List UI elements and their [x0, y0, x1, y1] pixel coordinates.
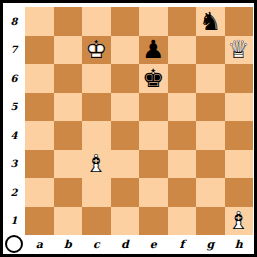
- square-a6[interactable]: [25, 64, 54, 93]
- square-c5[interactable]: [82, 93, 111, 122]
- file-label-f: f: [168, 236, 197, 252]
- black-king-e6[interactable]: ♚: [139, 64, 168, 93]
- rank-label-8: 8: [3, 7, 25, 36]
- white-to-move-indicator: [5, 235, 23, 253]
- square-e1[interactable]: [139, 207, 168, 236]
- square-b7[interactable]: [54, 36, 83, 65]
- square-e6[interactable]: ♚: [139, 64, 168, 93]
- file-label-g: g: [196, 236, 225, 252]
- square-h2[interactable]: [225, 178, 254, 207]
- square-a2[interactable]: [25, 178, 54, 207]
- square-c6[interactable]: [82, 64, 111, 93]
- square-h1[interactable]: ♝♗: [225, 207, 254, 236]
- square-f7[interactable]: [168, 36, 197, 65]
- square-e7[interactable]: ♟: [139, 36, 168, 65]
- white-king-c7[interactable]: ♚♔: [82, 36, 111, 65]
- piece-fill-glyph: ♚: [82, 36, 111, 65]
- square-d1[interactable]: [111, 207, 140, 236]
- rank-label-6: 6: [3, 64, 25, 93]
- piece-fill-glyph: ♝: [225, 207, 254, 236]
- square-b8[interactable]: [54, 7, 83, 36]
- rank-label-7: 7: [3, 36, 25, 65]
- square-e3[interactable]: [139, 150, 168, 179]
- piece-glyph: ♟: [139, 36, 168, 65]
- square-b4[interactable]: [54, 121, 83, 150]
- square-g6[interactable]: [196, 64, 225, 93]
- square-d6[interactable]: [111, 64, 140, 93]
- file-label-a: a: [25, 236, 54, 252]
- square-d7[interactable]: [111, 36, 140, 65]
- square-f5[interactable]: [168, 93, 197, 122]
- square-f2[interactable]: [168, 178, 197, 207]
- square-a4[interactable]: [25, 121, 54, 150]
- file-label-c: c: [82, 236, 111, 252]
- square-c1[interactable]: [82, 207, 111, 236]
- square-g1[interactable]: [196, 207, 225, 236]
- square-h7[interactable]: ♛♕: [225, 36, 254, 65]
- square-c8[interactable]: [82, 7, 111, 36]
- white-queen-h7[interactable]: ♛♕: [225, 36, 254, 65]
- rank-label-1: 1: [3, 207, 25, 236]
- black-pawn-e7[interactable]: ♟: [139, 36, 168, 65]
- square-h4[interactable]: [225, 121, 254, 150]
- square-f1[interactable]: [168, 207, 197, 236]
- square-a8[interactable]: [25, 7, 54, 36]
- white-bishop-h1[interactable]: ♝♗: [225, 207, 254, 236]
- square-e2[interactable]: [139, 178, 168, 207]
- rank-label-4: 4: [3, 121, 25, 150]
- square-c7[interactable]: ♚♔: [82, 36, 111, 65]
- chess-board: ♞♚♔♟♛♕♚♝♗♝♗: [25, 7, 253, 235]
- rank-labels: 87654321: [3, 7, 25, 235]
- file-label-h: h: [225, 236, 254, 252]
- square-e8[interactable]: [139, 7, 168, 36]
- piece-outline-glyph: ♕: [225, 36, 254, 65]
- square-g2[interactable]: [196, 178, 225, 207]
- square-g7[interactable]: [196, 36, 225, 65]
- square-c3[interactable]: ♝♗: [82, 150, 111, 179]
- square-e5[interactable]: [139, 93, 168, 122]
- square-a7[interactable]: [25, 36, 54, 65]
- piece-outline-glyph: ♔: [82, 36, 111, 65]
- square-g8[interactable]: ♞: [196, 7, 225, 36]
- chess-diagram: 87654321 ♞♚♔♟♛♕♚♝♗♝♗ abcdefgh: [0, 0, 257, 257]
- square-b6[interactable]: [54, 64, 83, 93]
- square-d8[interactable]: [111, 7, 140, 36]
- rank-label-5: 5: [3, 93, 25, 122]
- square-a5[interactable]: [25, 93, 54, 122]
- square-d3[interactable]: [111, 150, 140, 179]
- square-d2[interactable]: [111, 178, 140, 207]
- square-g5[interactable]: [196, 93, 225, 122]
- square-f3[interactable]: [168, 150, 197, 179]
- square-b3[interactable]: [54, 150, 83, 179]
- piece-fill-glyph: ♛: [225, 36, 254, 65]
- rank-label-3: 3: [3, 150, 25, 179]
- square-d5[interactable]: [111, 93, 140, 122]
- black-knight-g8[interactable]: ♞: [196, 7, 225, 36]
- white-bishop-c3[interactable]: ♝♗: [82, 150, 111, 179]
- piece-outline-glyph: ♗: [82, 150, 111, 179]
- file-label-e: e: [139, 236, 168, 252]
- square-d4[interactable]: [111, 121, 140, 150]
- file-label-d: d: [111, 236, 140, 252]
- square-f4[interactable]: [168, 121, 197, 150]
- piece-glyph: ♞: [196, 7, 225, 36]
- square-b5[interactable]: [54, 93, 83, 122]
- square-h6[interactable]: [225, 64, 254, 93]
- square-h3[interactable]: [225, 150, 254, 179]
- square-f6[interactable]: [168, 64, 197, 93]
- square-g3[interactable]: [196, 150, 225, 179]
- piece-glyph: ♚: [139, 64, 168, 93]
- square-b2[interactable]: [54, 178, 83, 207]
- piece-outline-glyph: ♗: [225, 207, 254, 236]
- square-e4[interactable]: [139, 121, 168, 150]
- square-g4[interactable]: [196, 121, 225, 150]
- file-labels: abcdefgh: [25, 236, 253, 252]
- rank-label-2: 2: [3, 178, 25, 207]
- square-c4[interactable]: [82, 121, 111, 150]
- square-b1[interactable]: [54, 207, 83, 236]
- square-a3[interactable]: [25, 150, 54, 179]
- square-a1[interactable]: [25, 207, 54, 236]
- square-f8[interactable]: [168, 7, 197, 36]
- square-c2[interactable]: [82, 178, 111, 207]
- file-label-b: b: [54, 236, 83, 252]
- square-h5[interactable]: [225, 93, 254, 122]
- piece-fill-glyph: ♝: [82, 150, 111, 179]
- square-h8[interactable]: [225, 7, 254, 36]
